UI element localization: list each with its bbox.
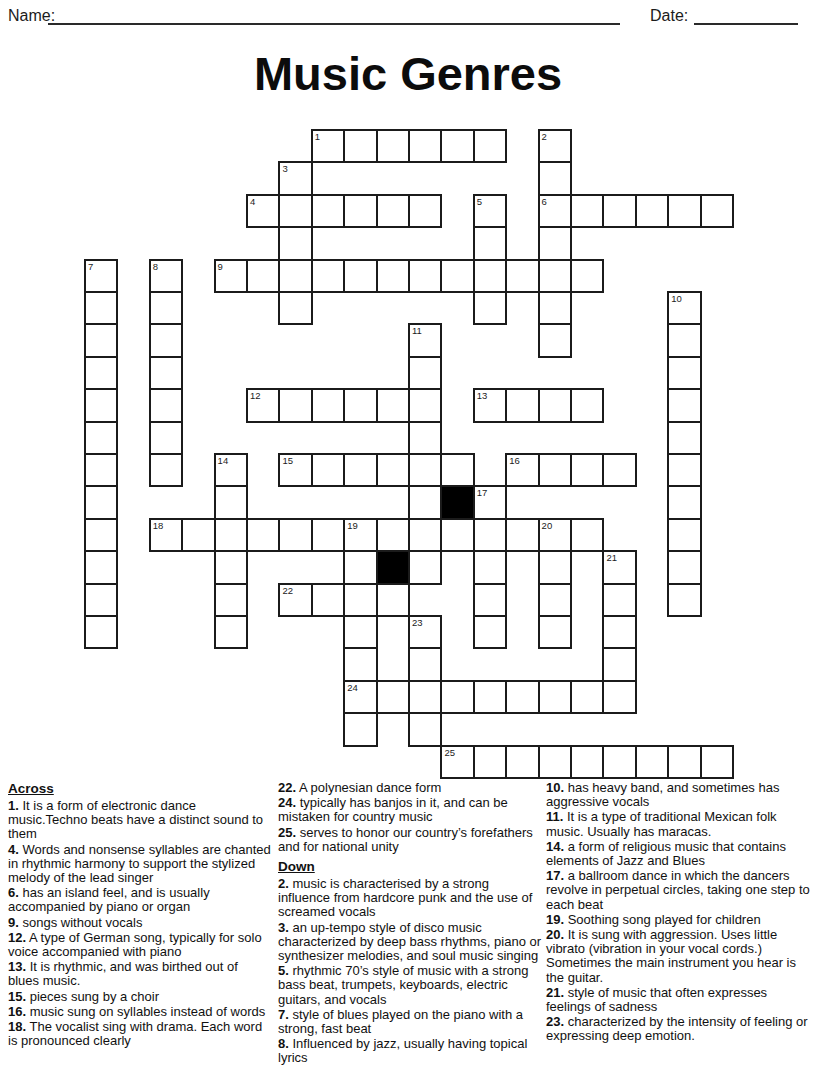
date-label: Date: [650,7,688,25]
clue-number: 4 [250,196,255,207]
clue-item: 13. It is rhythmic, and was birthed out … [8,960,272,988]
clue-number: 8 [153,261,158,272]
clue-item: 19. Soothing song played for children [546,913,812,927]
grid-cell[interactable] [570,194,604,228]
grid-cell[interactable] [667,388,701,422]
clue-number: 2 [542,131,547,142]
grid-cell[interactable] [505,259,539,293]
clue-item-number: 6. [8,885,19,900]
grid-cell[interactable] [538,745,572,779]
grid-cell[interactable] [84,291,118,325]
grid-cell[interactable] [538,615,572,649]
grid-cell[interactable] [667,550,701,584]
clue-number: 13 [477,390,488,401]
grid-cell[interactable] [278,388,312,422]
grid-cell[interactable] [408,129,442,163]
clue-item: 7. style of blues played on the piano wi… [278,1008,542,1036]
grid-cell[interactable] [667,356,701,390]
clue-item: 20. It is sung with aggression. Uses lit… [546,928,812,985]
clue-number: 18 [153,520,164,531]
grid-cell[interactable] [570,518,604,552]
clue-item-number: 3. [278,920,289,935]
grid-cell[interactable] [246,518,280,552]
clue-item-number: 12. [8,930,26,945]
grid-cell[interactable] [700,194,734,228]
clue-item: 23. characterized by the intensity of fe… [546,1015,812,1043]
grid-cell[interactable]: 2 [538,129,572,163]
clue-item: 11. It is a type of traditional Mexican … [546,810,812,838]
grid-cell[interactable] [246,259,280,293]
clue-number: 5 [477,196,482,207]
grid-cell[interactable] [538,291,572,325]
grid-cell[interactable]: 20 [538,518,572,552]
grid-cell[interactable] [311,583,345,617]
clue-item-number: 25. [278,825,296,840]
grid-cell[interactable] [473,291,507,325]
grid-cell[interactable] [214,518,248,552]
grid-cell[interactable] [473,259,507,293]
clues-column-3: 10. has heavy band, and sometimes has ag… [546,781,812,1045]
clue-item: 10. has heavy band, and sometimes has ag… [546,781,812,809]
clue-number: 6 [542,196,547,207]
grid-cell[interactable] [602,680,636,714]
grid-cell[interactable] [473,745,507,779]
grid-cell[interactable] [214,615,248,649]
grid-cell[interactable] [149,356,183,390]
grid-cell[interactable]: 23 [408,615,442,649]
grid-cell[interactable]: 4 [246,194,280,228]
grid-cell[interactable]: 19 [343,518,377,552]
grid-cell[interactable] [602,453,636,487]
clue-number: 12 [250,390,261,401]
grid-cell[interactable] [343,583,377,617]
clue-item-number: 9. [8,915,19,930]
clue-item-number: 13. [8,959,26,974]
grid-cell[interactable] [376,680,410,714]
clue-item-number: 4. [8,842,19,857]
clue-item-number: 16. [8,1004,26,1019]
grid-cell[interactable]: 24 [343,680,377,714]
clue-number: 21 [606,552,617,563]
grid-cell[interactable] [311,259,345,293]
clue-item-number: 5. [278,963,289,978]
grid-cell[interactable] [602,615,636,649]
grid-cell[interactable]: 15 [278,453,312,487]
grid-cell[interactable] [311,518,345,552]
grid-cell[interactable] [343,647,377,681]
grid-cell[interactable] [505,518,539,552]
clue-item-number: 2. [278,876,289,891]
grid-cell[interactable] [602,583,636,617]
grid-cell[interactable] [149,453,183,487]
clue-item: 2. music is characterised by a strong in… [278,877,542,920]
grid-cell[interactable] [538,323,572,357]
grid-cell[interactable] [473,518,507,552]
page-title: Music Genres [0,46,816,101]
grid-cell[interactable] [408,194,442,228]
clue-item: 15. pieces sung by a choir [8,990,272,1004]
grid-cell[interactable] [84,518,118,552]
grid-cell[interactable] [214,485,248,519]
grid-cell[interactable]: 7 [84,259,118,293]
grid-cell[interactable] [505,745,539,779]
clue-item-number: 21. [546,985,564,1000]
clue-item-number: 7. [278,1007,289,1022]
clue-item-number: 23. [546,1014,564,1029]
clue-item: 8. Influenced by jazz, usually having to… [278,1037,542,1065]
black-cell [440,485,474,519]
grid-cell[interactable] [473,615,507,649]
clue-number: 7 [88,261,93,272]
grid-cell[interactable] [440,453,474,487]
grid-cell[interactable] [440,129,474,163]
clue-item-number: 15. [8,989,26,1004]
grid-cell[interactable] [505,680,539,714]
grid-cell[interactable] [667,194,701,228]
grid-cell[interactable] [149,421,183,455]
clue-item-number: 20. [546,927,564,942]
grid-cell[interactable] [408,518,442,552]
grid-cell[interactable] [343,129,377,163]
grid-cell[interactable] [538,388,572,422]
grid-cell[interactable] [538,583,572,617]
grid-cell[interactable] [84,388,118,422]
grid-cell[interactable]: 5 [473,194,507,228]
grid-cell[interactable] [408,453,442,487]
clue-number: 3 [282,163,287,174]
grid-cell[interactable] [343,194,377,228]
grid-cell[interactable] [84,356,118,390]
grid-cell[interactable] [538,453,572,487]
date-blank-line[interactable] [694,6,798,25]
clue-item: 1. It is a form of electronic dance musi… [8,799,272,842]
grid-cell[interactable] [181,518,215,552]
name-blank-line[interactable] [48,6,620,25]
clue-number: 14 [218,455,229,466]
clue-item-number: 24. [278,795,296,810]
grid-cell[interactable]: 16 [505,453,539,487]
grid-cell[interactable]: 9 [214,259,248,293]
grid-cell[interactable] [602,194,636,228]
grid-cell[interactable] [570,453,604,487]
grid-cell[interactable] [408,712,442,746]
grid-cell[interactable] [84,615,118,649]
grid-cell[interactable] [278,518,312,552]
grid-cell[interactable]: 22 [278,583,312,617]
grid-cell[interactable] [343,453,377,487]
grid-cell[interactable] [570,259,604,293]
clue-item-number: 1. [8,798,19,813]
clue-number: 11 [412,325,422,336]
grid-cell[interactable] [376,194,410,228]
grid-cell[interactable] [214,583,248,617]
grid-cell[interactable] [278,259,312,293]
clue-number: 9 [218,261,223,272]
clue-number: 1 [315,131,320,142]
clue-item: 3. an up-tempo style of disco music char… [278,921,542,964]
grid-cell[interactable] [343,712,377,746]
grid-cell[interactable] [667,518,701,552]
grid-cell[interactable] [408,485,442,519]
grid-cell[interactable] [149,291,183,325]
grid-cell[interactable] [635,745,669,779]
grid-cell[interactable] [635,194,669,228]
clue-number: 22 [282,585,293,596]
grid-cell[interactable] [602,647,636,681]
grid-cell[interactable] [343,615,377,649]
clue-number: 20 [542,520,553,531]
clue-item: 5. rhythmic 70’s style of music with a s… [278,964,542,1007]
grid-cell[interactable] [667,421,701,455]
clues-column-2: 22. A polynesian dance form24. typically… [278,781,542,1067]
grid-cell[interactable] [538,161,572,195]
grid-cell[interactable] [538,550,572,584]
grid-cell[interactable] [149,388,183,422]
grid-cell[interactable] [408,550,442,584]
clue-item: 12. A type of German song, typically for… [8,931,272,959]
clue-number: 16 [509,455,520,466]
grid-cell[interactable] [408,356,442,390]
grid-cell[interactable]: 17 [473,485,507,519]
clue-item-number: 8. [278,1036,289,1051]
grid-cell[interactable]: 10 [667,291,701,325]
grid-cell[interactable] [440,680,474,714]
clue-number: 24 [347,682,358,693]
grid-cell[interactable] [667,453,701,487]
grid-cell[interactable] [700,745,734,779]
grid-cell[interactable] [667,745,701,779]
crossword-grid: 1234567891011121314151617181920212223242… [85,130,735,780]
clue-item-number: 11. [546,809,563,824]
grid-cell[interactable] [440,259,474,293]
clue-item-number: 14. [546,839,564,854]
grid-cell[interactable]: 14 [214,453,248,487]
grid-cell[interactable] [84,453,118,487]
grid-cell[interactable] [408,259,442,293]
grid-cell[interactable]: 25 [440,745,474,779]
grid-cell[interactable] [570,680,604,714]
clue-item: 17. a ballroom dance in which the dancer… [546,869,812,912]
clue-item: 14. a form of religious music that conta… [546,840,812,868]
grid-cell[interactable] [473,226,507,260]
grid-cell[interactable] [376,129,410,163]
clue-item: 18. The vocalist sing with drama. Each w… [8,1020,272,1048]
clue-number: 10 [671,293,682,304]
clue-item: 22. A polynesian dance form [278,781,542,795]
grid-cell[interactable]: 1 [311,129,345,163]
grid-cell[interactable]: 21 [602,550,636,584]
grid-cell[interactable]: 8 [149,259,183,293]
grid-cell[interactable] [278,194,312,228]
grid-cell[interactable] [376,388,410,422]
clue-item-number: 10. [546,780,564,795]
grid-cell[interactable] [376,453,410,487]
clue-number: 17 [477,487,488,498]
grid-cell[interactable] [84,550,118,584]
clue-item: 4. Words and nonsense syllables are chan… [8,843,272,886]
clue-item: 25. serves to honor our country’s forefa… [278,826,542,854]
clue-item: 21. style of music that often expresses … [546,986,812,1014]
grid-cell[interactable] [667,485,701,519]
grid-cell[interactable] [376,518,410,552]
grid-cell[interactable] [214,550,248,584]
clues-column-1: Across1. It is a form of electronic danc… [8,781,272,1049]
grid-cell[interactable] [278,291,312,325]
down-header: Down [278,859,542,874]
grid-cell[interactable] [278,226,312,260]
across-header: Across [8,781,272,796]
grid-cell[interactable] [473,680,507,714]
grid-cell[interactable]: 6 [538,194,572,228]
grid-cell[interactable] [84,583,118,617]
grid-cell[interactable] [473,583,507,617]
grid-cell[interactable] [538,680,572,714]
grid-cell[interactable] [311,194,345,228]
black-cell [376,550,410,584]
grid-cell[interactable] [570,388,604,422]
clue-item-number: 18. [8,1019,26,1034]
clue-item: 24. typically has banjos in it, and can … [278,796,542,824]
clue-item: 9. songs without vocals [8,916,272,930]
clue-item-number: 17. [546,868,564,883]
grid-cell[interactable]: 13 [473,388,507,422]
grid-cell[interactable] [408,680,442,714]
clue-item-number: 22. [278,780,296,795]
grid-cell[interactable] [473,550,507,584]
grid-cell[interactable] [149,323,183,357]
grid-cell[interactable] [311,388,345,422]
clue-item-number: 19. [546,912,564,927]
grid-cell[interactable] [376,259,410,293]
clue-number: 19 [347,520,358,531]
grid-cell[interactable] [408,421,442,455]
grid-cell[interactable]: 11 [408,323,442,357]
grid-cell[interactable] [667,583,701,617]
grid-cell[interactable] [84,421,118,455]
grid-cell[interactable] [343,550,377,584]
grid-cell[interactable] [84,323,118,357]
grid-cell[interactable] [343,388,377,422]
grid-cell[interactable] [84,485,118,519]
grid-cell[interactable] [376,583,410,617]
clue-number: 23 [412,617,423,628]
grid-cell[interactable] [602,745,636,779]
grid-cell[interactable] [538,226,572,260]
grid-cell[interactable] [538,259,572,293]
grid-cell[interactable] [667,323,701,357]
grid-cell[interactable] [343,259,377,293]
grid-cell[interactable]: 12 [246,388,280,422]
grid-cell[interactable] [408,647,442,681]
grid-cell[interactable]: 3 [278,161,312,195]
grid-cell[interactable] [505,388,539,422]
clue-number: 15 [282,455,293,466]
grid-cell[interactable] [311,453,345,487]
grid-cell[interactable] [440,518,474,552]
grid-cell[interactable]: 18 [149,518,183,552]
clue-item: 16. music sung on syllables instead of w… [8,1005,272,1019]
grid-cell[interactable] [473,129,507,163]
clue-number: 25 [444,747,455,758]
grid-cell[interactable] [570,745,604,779]
clue-item: 6. has an island feel, and is usually ac… [8,886,272,914]
grid-cell[interactable] [408,388,442,422]
